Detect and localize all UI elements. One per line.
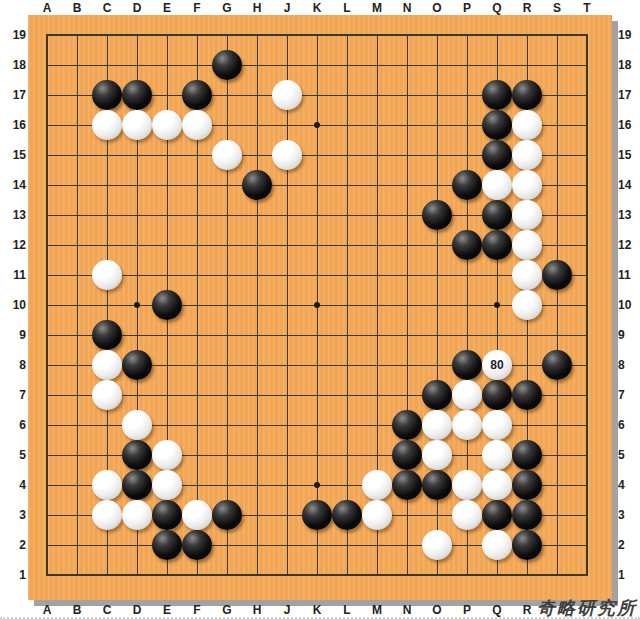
black-stone bbox=[122, 440, 152, 470]
coord-label-left: 12 bbox=[0, 238, 26, 252]
coord-label-left: 14 bbox=[0, 178, 26, 192]
black-stone bbox=[512, 440, 542, 470]
coord-label-top: T bbox=[575, 1, 599, 15]
coord-label-right: 9 bbox=[618, 328, 640, 342]
coord-label-left: 11 bbox=[0, 268, 26, 282]
coord-label-bottom: P bbox=[455, 603, 479, 617]
black-stone bbox=[152, 530, 182, 560]
white-stone bbox=[212, 140, 242, 170]
coord-label-bottom: G bbox=[215, 603, 239, 617]
coord-label-bottom: Q bbox=[485, 603, 509, 617]
coord-label-left: 15 bbox=[0, 148, 26, 162]
black-stone bbox=[482, 200, 512, 230]
white-stone bbox=[92, 380, 122, 410]
coord-label-top: J bbox=[275, 1, 299, 15]
star-point bbox=[494, 302, 500, 308]
coord-label-top: N bbox=[395, 1, 419, 15]
coord-label-top: M bbox=[365, 1, 389, 15]
coord-label-bottom: M bbox=[365, 603, 389, 617]
coord-label-top: O bbox=[425, 1, 449, 15]
white-stone bbox=[92, 470, 122, 500]
coord-label-left: 16 bbox=[0, 118, 26, 132]
coord-label-bottom: J bbox=[275, 603, 299, 617]
coord-label-right: 14 bbox=[618, 178, 640, 192]
black-stone bbox=[392, 440, 422, 470]
coord-label-left: 18 bbox=[0, 58, 26, 72]
coord-label-left: 19 bbox=[0, 28, 26, 42]
white-stone bbox=[422, 440, 452, 470]
coord-label-left: 17 bbox=[0, 88, 26, 102]
coord-label-top: C bbox=[95, 1, 119, 15]
coord-label-left: 9 bbox=[0, 328, 26, 342]
black-stone bbox=[332, 500, 362, 530]
star-point bbox=[314, 122, 320, 128]
coord-label-left: 1 bbox=[0, 568, 26, 582]
coord-label-left: 13 bbox=[0, 208, 26, 222]
coord-label-bottom: H bbox=[245, 603, 269, 617]
white-stone bbox=[92, 350, 122, 380]
go-diagram: 80 奇略研究所 ABCDEFGHJKLMNOPQRSTABCDEFGHJKLM… bbox=[0, 0, 640, 619]
white-stone bbox=[182, 110, 212, 140]
black-stone bbox=[482, 110, 512, 140]
black-stone bbox=[512, 470, 542, 500]
go-board: 80 bbox=[28, 15, 612, 600]
white-stone bbox=[122, 110, 152, 140]
black-stone bbox=[512, 80, 542, 110]
black-stone bbox=[482, 500, 512, 530]
black-stone bbox=[122, 80, 152, 110]
white-stone bbox=[452, 380, 482, 410]
white-stone bbox=[122, 500, 152, 530]
coord-label-bottom: D bbox=[125, 603, 149, 617]
coord-label-right: 15 bbox=[618, 148, 640, 162]
black-stone bbox=[482, 230, 512, 260]
black-stone bbox=[152, 500, 182, 530]
white-stone bbox=[452, 500, 482, 530]
coord-label-right: 17 bbox=[618, 88, 640, 102]
coord-label-bottom: B bbox=[65, 603, 89, 617]
coord-label-right: 5 bbox=[618, 448, 640, 462]
white-stone bbox=[92, 260, 122, 290]
white-stone bbox=[92, 500, 122, 530]
white-stone bbox=[512, 200, 542, 230]
white-stone bbox=[272, 80, 302, 110]
black-stone bbox=[302, 500, 332, 530]
black-stone bbox=[482, 380, 512, 410]
black-stone bbox=[482, 80, 512, 110]
white-stone bbox=[92, 110, 122, 140]
coord-label-top: P bbox=[455, 1, 479, 15]
watermark: 奇略研究所 bbox=[537, 598, 637, 618]
coord-label-right: 19 bbox=[618, 28, 640, 42]
white-stone bbox=[152, 440, 182, 470]
coord-label-left: 10 bbox=[0, 298, 26, 312]
coord-label-right: 10 bbox=[618, 298, 640, 312]
black-stone bbox=[542, 350, 572, 380]
coord-label-top: A bbox=[35, 1, 59, 15]
black-stone bbox=[452, 230, 482, 260]
black-stone bbox=[242, 170, 272, 200]
coord-label-top: E bbox=[155, 1, 179, 15]
white-stone: 80 bbox=[482, 350, 512, 380]
white-stone bbox=[482, 410, 512, 440]
black-stone bbox=[422, 200, 452, 230]
white-stone bbox=[482, 440, 512, 470]
black-stone bbox=[212, 500, 242, 530]
black-stone bbox=[422, 470, 452, 500]
white-stone bbox=[482, 530, 512, 560]
black-stone bbox=[422, 380, 452, 410]
coord-label-top: H bbox=[245, 1, 269, 15]
black-stone bbox=[152, 290, 182, 320]
coord-label-right: 13 bbox=[618, 208, 640, 222]
white-stone bbox=[122, 410, 152, 440]
coord-label-left: 6 bbox=[0, 418, 26, 432]
black-stone bbox=[512, 530, 542, 560]
white-stone bbox=[362, 500, 392, 530]
white-stone bbox=[152, 470, 182, 500]
white-stone bbox=[512, 260, 542, 290]
coord-label-right: 4 bbox=[618, 478, 640, 492]
white-stone bbox=[182, 500, 212, 530]
coord-label-right: 16 bbox=[618, 118, 640, 132]
coord-label-top: S bbox=[545, 1, 569, 15]
black-stone bbox=[182, 80, 212, 110]
black-stone bbox=[392, 470, 422, 500]
coord-label-left: 7 bbox=[0, 388, 26, 402]
coord-label-right: 8 bbox=[618, 358, 640, 372]
black-stone bbox=[542, 260, 572, 290]
coord-label-top: K bbox=[305, 1, 329, 15]
black-stone bbox=[512, 500, 542, 530]
coord-label-right: 1 bbox=[618, 568, 640, 582]
white-stone bbox=[512, 140, 542, 170]
coord-label-bottom: R bbox=[515, 603, 539, 617]
black-stone bbox=[212, 50, 242, 80]
coord-label-left: 8 bbox=[0, 358, 26, 372]
white-stone bbox=[482, 470, 512, 500]
coord-label-left: 2 bbox=[0, 538, 26, 552]
white-stone bbox=[452, 470, 482, 500]
coord-label-bottom: C bbox=[95, 603, 119, 617]
star-point bbox=[314, 302, 320, 308]
coord-label-right: 18 bbox=[618, 58, 640, 72]
star-point bbox=[134, 302, 140, 308]
coord-label-top: B bbox=[65, 1, 89, 15]
black-stone bbox=[452, 350, 482, 380]
black-stone bbox=[122, 350, 152, 380]
white-stone bbox=[512, 230, 542, 260]
white-stone bbox=[272, 140, 302, 170]
white-stone bbox=[422, 410, 452, 440]
coord-label-bottom: L bbox=[335, 603, 359, 617]
white-stone bbox=[452, 410, 482, 440]
white-stone bbox=[482, 170, 512, 200]
white-stone bbox=[512, 110, 542, 140]
white-stone bbox=[512, 290, 542, 320]
coord-label-top: D bbox=[125, 1, 149, 15]
black-stone bbox=[392, 410, 422, 440]
coord-label-bottom: A bbox=[35, 603, 59, 617]
coord-label-left: 4 bbox=[0, 478, 26, 492]
black-stone bbox=[122, 470, 152, 500]
coord-label-top: Q bbox=[485, 1, 509, 15]
white-stone bbox=[512, 170, 542, 200]
black-stone bbox=[92, 320, 122, 350]
coord-label-right: 12 bbox=[618, 238, 640, 252]
coord-label-top: F bbox=[185, 1, 209, 15]
coord-label-right: 2 bbox=[618, 538, 640, 552]
black-stone bbox=[512, 380, 542, 410]
coord-label-right: 3 bbox=[618, 508, 640, 522]
coord-label-top: R bbox=[515, 1, 539, 15]
coord-label-right: 6 bbox=[618, 418, 640, 432]
coord-label-left: 3 bbox=[0, 508, 26, 522]
move-number-label: 80 bbox=[482, 350, 512, 380]
coord-label-left: 5 bbox=[0, 448, 26, 462]
black-stone bbox=[92, 80, 122, 110]
black-stone bbox=[452, 170, 482, 200]
coord-label-top: L bbox=[335, 1, 359, 15]
coord-label-bottom: N bbox=[395, 603, 419, 617]
coord-label-bottom: O bbox=[425, 603, 449, 617]
coord-label-right: 7 bbox=[618, 388, 640, 402]
star-point bbox=[314, 482, 320, 488]
black-stone bbox=[182, 530, 212, 560]
white-stone bbox=[152, 110, 182, 140]
coord-label-right: 11 bbox=[618, 268, 640, 282]
coord-label-top: G bbox=[215, 1, 239, 15]
coord-label-bottom: F bbox=[185, 603, 209, 617]
coord-label-bottom: E bbox=[155, 603, 179, 617]
white-stone bbox=[362, 470, 392, 500]
coord-label-bottom: K bbox=[305, 603, 329, 617]
black-stone bbox=[482, 140, 512, 170]
white-stone bbox=[422, 530, 452, 560]
